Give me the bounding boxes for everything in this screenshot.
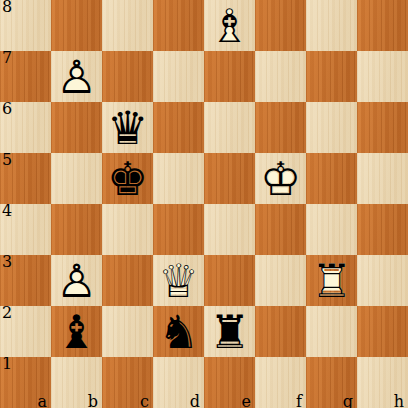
rank-label-7: 7 [2, 51, 12, 67]
black-king-icon: ♚ [102, 153, 153, 204]
square-b8[interactable] [51, 0, 102, 51]
rank-label-4: 4 [2, 204, 12, 220]
square-g8[interactable] [306, 0, 357, 51]
square-a5[interactable]: 5 [0, 153, 51, 204]
square-a2[interactable]: 2 [0, 306, 51, 357]
square-e7[interactable] [204, 51, 255, 102]
rank-label-5: 5 [2, 153, 12, 169]
square-f5[interactable]: ♚♔ [255, 153, 306, 204]
black-bishop-icon: ♝ [51, 306, 102, 357]
square-c7[interactable] [102, 51, 153, 102]
black-knight-icon: ♞ [153, 306, 204, 357]
square-h5[interactable] [357, 153, 408, 204]
square-h1[interactable]: h [357, 357, 408, 408]
chess-board: 8♝♗7♟♙6♛5♚♚♔43♟♙♛♕♜♖2♝♞♜1abcdefgh [0, 0, 408, 408]
file-label-h: h [394, 393, 404, 408]
square-d1[interactable]: d [153, 357, 204, 408]
file-label-c: c [140, 393, 149, 408]
square-a6[interactable]: 6 [0, 102, 51, 153]
square-b2[interactable]: ♝ [51, 306, 102, 357]
rank-label-6: 6 [2, 102, 12, 118]
square-e5[interactable] [204, 153, 255, 204]
square-g2[interactable] [306, 306, 357, 357]
square-d3[interactable]: ♛♕ [153, 255, 204, 306]
square-h6[interactable] [357, 102, 408, 153]
square-a3[interactable]: 3 [0, 255, 51, 306]
square-f3[interactable] [255, 255, 306, 306]
square-e6[interactable] [204, 102, 255, 153]
square-d6[interactable] [153, 102, 204, 153]
file-label-a: a [37, 393, 47, 408]
file-label-f: f [296, 393, 302, 408]
square-e4[interactable] [204, 204, 255, 255]
square-d5[interactable] [153, 153, 204, 204]
file-label-e: e [242, 393, 251, 408]
square-d8[interactable] [153, 0, 204, 51]
square-d4[interactable] [153, 204, 204, 255]
square-b3[interactable]: ♟♙ [51, 255, 102, 306]
square-h3[interactable] [357, 255, 408, 306]
square-h2[interactable] [357, 306, 408, 357]
square-c6[interactable]: ♛ [102, 102, 153, 153]
black-queen-icon: ♛ [102, 102, 153, 153]
square-g6[interactable] [306, 102, 357, 153]
black-rook-icon: ♜ [204, 306, 255, 357]
white-queen-icon: ♛♕ [153, 255, 204, 306]
square-f8[interactable] [255, 0, 306, 51]
square-a1[interactable]: 1a [0, 357, 51, 408]
square-a8[interactable]: 8 [0, 0, 51, 51]
square-f6[interactable] [255, 102, 306, 153]
square-h4[interactable] [357, 204, 408, 255]
square-g1[interactable]: g [306, 357, 357, 408]
square-b1[interactable]: b [51, 357, 102, 408]
square-e3[interactable] [204, 255, 255, 306]
square-e2[interactable]: ♜ [204, 306, 255, 357]
square-g7[interactable] [306, 51, 357, 102]
white-pawn-icon: ♟♙ [51, 255, 102, 306]
white-king-icon: ♚♔ [255, 153, 306, 204]
square-c2[interactable] [102, 306, 153, 357]
square-g4[interactable] [306, 204, 357, 255]
square-b6[interactable] [51, 102, 102, 153]
square-c8[interactable] [102, 0, 153, 51]
square-d7[interactable] [153, 51, 204, 102]
square-f4[interactable] [255, 204, 306, 255]
square-g5[interactable] [306, 153, 357, 204]
square-a7[interactable]: 7 [0, 51, 51, 102]
square-b7[interactable]: ♟♙ [51, 51, 102, 102]
rank-label-8: 8 [2, 0, 12, 16]
square-g3[interactable]: ♜♖ [306, 255, 357, 306]
square-c1[interactable]: c [102, 357, 153, 408]
square-f2[interactable] [255, 306, 306, 357]
white-bishop-icon: ♝♗ [204, 0, 255, 51]
square-f7[interactable] [255, 51, 306, 102]
chess-diagram: 8♝♗7♟♙6♛5♚♚♔43♟♙♛♕♜♖2♝♞♜1abcdefgh [0, 0, 408, 408]
square-c3[interactable] [102, 255, 153, 306]
square-b4[interactable] [51, 204, 102, 255]
rank-label-3: 3 [2, 255, 12, 271]
white-pawn-icon: ♟♙ [51, 51, 102, 102]
rank-label-1: 1 [2, 357, 12, 373]
square-e8[interactable]: ♝♗ [204, 0, 255, 51]
square-f1[interactable]: f [255, 357, 306, 408]
square-d2[interactable]: ♞ [153, 306, 204, 357]
white-rook-icon: ♜♖ [306, 255, 357, 306]
square-e1[interactable]: e [204, 357, 255, 408]
square-h7[interactable] [357, 51, 408, 102]
file-label-b: b [88, 393, 98, 408]
square-a4[interactable]: 4 [0, 204, 51, 255]
file-label-d: d [190, 393, 200, 408]
square-c5[interactable]: ♚ [102, 153, 153, 204]
square-b5[interactable] [51, 153, 102, 204]
square-h8[interactable] [357, 0, 408, 51]
rank-label-2: 2 [2, 306, 12, 322]
file-label-g: g [343, 393, 353, 408]
square-c4[interactable] [102, 204, 153, 255]
